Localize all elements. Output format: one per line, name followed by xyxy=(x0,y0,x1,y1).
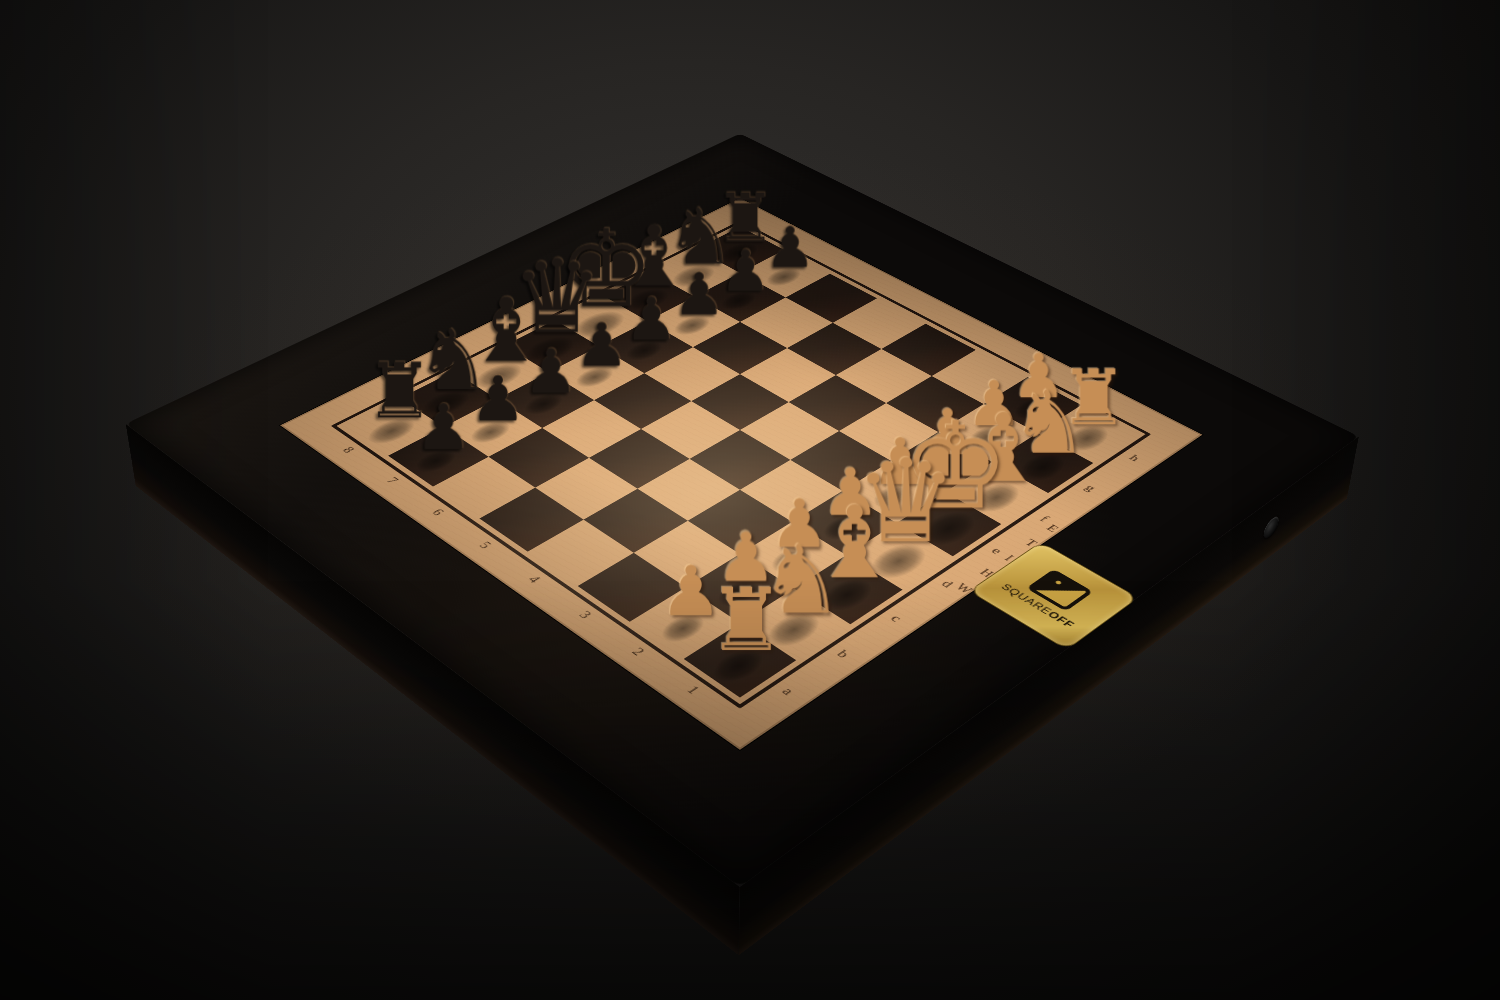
vignette-overlay xyxy=(0,0,1500,1000)
